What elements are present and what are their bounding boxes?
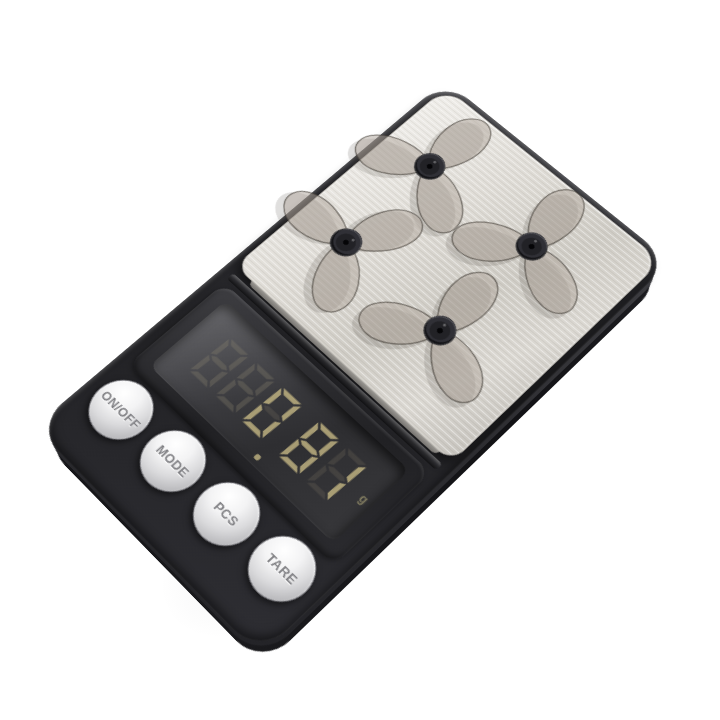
unit-label: g xyxy=(356,491,372,506)
on-off-button-label: ON/OFF xyxy=(98,388,144,432)
decimal-point xyxy=(253,453,262,461)
on-off-button[interactable]: ON/OFF xyxy=(75,368,167,453)
blade-shadows xyxy=(336,264,531,426)
display-digit-8 xyxy=(214,361,278,415)
mode-button[interactable]: MODE xyxy=(126,418,220,506)
pcs-button-label: PCS xyxy=(211,499,243,529)
display-digit-8 xyxy=(277,420,342,476)
display-digit-1 xyxy=(304,445,370,502)
weighing-platform xyxy=(235,87,662,463)
pcs-button[interactable]: PCS xyxy=(179,469,275,560)
mode-button-label: MODE xyxy=(153,442,193,480)
display-digit-8 xyxy=(188,336,252,390)
display-digit-0 xyxy=(240,385,305,440)
tare-button-label: TARE xyxy=(263,550,301,587)
tare-button[interactable]: TARE xyxy=(233,522,330,616)
product-photo: g ON/OFF MODE PCS TARE xyxy=(0,0,720,720)
